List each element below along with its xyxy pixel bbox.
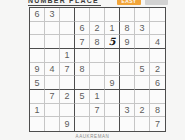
sudoku-board: 6 3 6 2 1 8 3 7 8 5 9 4 1 9 (29, 7, 166, 132)
cell-r3c2[interactable] (45, 35, 60, 49)
cell-r5c6[interactable] (105, 63, 120, 77)
cell-r9c3[interactable]: 9 (60, 117, 75, 131)
cell-r6c1[interactable]: 5 (30, 76, 45, 90)
cell-r3c6-user-entry[interactable]: 5 (105, 35, 120, 49)
footer-caption: AAUKREMAN (0, 134, 185, 139)
cell-r5c4[interactable]: 8 (75, 63, 90, 77)
cell-r6c3[interactable] (60, 76, 75, 90)
cell-r7c9[interactable] (150, 90, 165, 104)
cell-r9c4[interactable] (75, 117, 90, 131)
cell-r9c1[interactable] (30, 117, 45, 131)
cell-r6c9[interactable]: 6 (150, 76, 165, 90)
cell-r2c1[interactable] (30, 22, 45, 36)
cell-r6c7[interactable] (120, 76, 135, 90)
cell-r7c6[interactable] (105, 90, 120, 104)
secondary-badge (145, 0, 168, 5)
cell-r8c6[interactable] (105, 104, 120, 118)
cell-r4c9[interactable] (150, 49, 165, 63)
cell-r8c8[interactable]: 2 (135, 104, 150, 118)
cell-r8c9[interactable]: 8 (150, 104, 165, 118)
cell-r2c6[interactable]: 1 (105, 22, 120, 36)
cell-r5c1[interactable]: 9 (30, 63, 45, 77)
cell-r6c4[interactable] (75, 76, 90, 90)
cell-r1c4[interactable] (75, 8, 90, 22)
cell-r8c4[interactable] (75, 104, 90, 118)
cell-r4c6[interactable] (105, 49, 120, 63)
cell-r9c9[interactable]: 7 (150, 117, 165, 131)
cell-r5c9[interactable]: 2 (150, 63, 165, 77)
cell-r6c2[interactable] (45, 76, 60, 90)
cell-r9c7[interactable] (120, 117, 135, 131)
cell-r1c1[interactable]: 6 (30, 8, 45, 22)
cell-r3c4[interactable]: 7 (75, 35, 90, 49)
cell-r8c1[interactable]: 1 (30, 104, 45, 118)
cell-r2c2[interactable] (45, 22, 60, 36)
cell-r3c3[interactable] (60, 35, 75, 49)
cell-r5c8[interactable]: 5 (135, 63, 150, 77)
cell-r7c7[interactable] (120, 90, 135, 104)
cell-r3c8[interactable] (135, 35, 150, 49)
cell-r4c7[interactable] (120, 49, 135, 63)
cell-r2c9[interactable] (150, 22, 165, 36)
cell-r9c2[interactable] (45, 117, 60, 131)
cell-r3c1[interactable] (30, 35, 45, 49)
cell-r7c1[interactable] (30, 90, 45, 104)
cell-r2c8[interactable]: 3 (135, 22, 150, 36)
cell-r1c3[interactable] (60, 8, 75, 22)
cell-r2c3[interactable] (60, 22, 75, 36)
cell-r4c1[interactable] (30, 49, 45, 63)
cell-r5c5[interactable] (90, 63, 105, 77)
cell-r1c9[interactable] (150, 8, 165, 22)
cell-r8c7[interactable]: 3 (120, 104, 135, 118)
cell-r6c6[interactable]: 9 (105, 76, 120, 90)
cell-r3c5[interactable]: 8 (90, 35, 105, 49)
cell-r5c3[interactable]: 7 (60, 63, 75, 77)
cell-r7c3[interactable]: 2 (60, 90, 75, 104)
cell-r3c7[interactable]: 9 (120, 35, 135, 49)
cell-r2c5[interactable]: 2 (90, 22, 105, 36)
cell-r1c7[interactable] (120, 8, 135, 22)
cell-r4c4[interactable] (75, 49, 90, 63)
cell-r5c2[interactable]: 4 (45, 63, 60, 77)
cell-r8c5[interactable]: 7 (90, 104, 105, 118)
cell-r3c9[interactable]: 4 (150, 35, 165, 49)
cell-r8c3[interactable] (60, 104, 75, 118)
cell-r1c8[interactable] (135, 8, 150, 22)
page-title: NUMBER PLACE (28, 0, 101, 6)
cell-r4c2[interactable] (45, 49, 60, 63)
cell-r4c3[interactable]: 1 (60, 49, 75, 63)
cell-r9c5[interactable] (90, 117, 105, 131)
cell-r2c7[interactable]: 8 (120, 22, 135, 36)
cell-r7c8[interactable] (135, 90, 150, 104)
cell-r4c5[interactable] (90, 49, 105, 63)
number-place-page: NUMBER PLACE EASY 6 3 6 2 1 8 3 7 8 5 9 … (0, 0, 185, 140)
cell-r7c5[interactable]: 1 (90, 90, 105, 104)
cell-r4c8[interactable] (135, 49, 150, 63)
difficulty-badge: EASY (117, 0, 141, 5)
cell-r1c5[interactable] (90, 8, 105, 22)
cell-r7c4[interactable]: 5 (75, 90, 90, 104)
cell-r9c6[interactable] (105, 117, 120, 131)
cell-r1c2[interactable]: 3 (45, 8, 60, 22)
cell-r9c8[interactable] (135, 117, 150, 131)
cell-r6c5[interactable] (90, 76, 105, 90)
cell-r8c2[interactable] (45, 104, 60, 118)
cell-r7c2[interactable]: 7 (45, 90, 60, 104)
cell-r6c8[interactable] (135, 76, 150, 90)
cell-r1c6[interactable] (105, 8, 120, 22)
cell-r2c4[interactable]: 6 (75, 22, 90, 36)
cell-r5c7[interactable] (120, 63, 135, 77)
